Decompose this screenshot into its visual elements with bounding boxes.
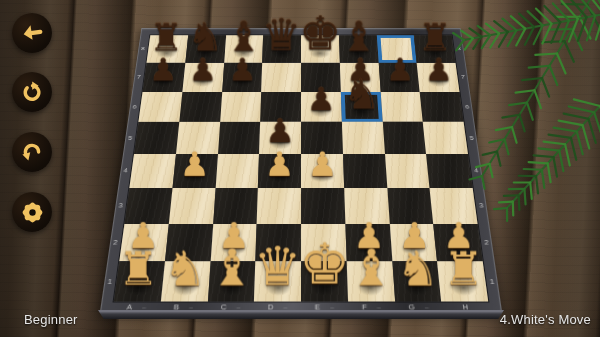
board-front-edge [98,310,504,319]
chess-app-screen: 87654321 87654321 ABCDEFGH ♜♞♝♛♚♝♜♟♟♟♟♟♟… [0,0,600,337]
square-b4[interactable]: ♟ [172,154,217,188]
square-a6[interactable] [138,92,182,122]
square-f6[interactable]: ♞ [341,92,383,122]
square-c7[interactable]: ♟ [222,63,263,92]
square-g4[interactable] [385,154,430,188]
piece-white-pawn[interactable]: ♟ [163,147,226,181]
undo-move-button[interactable] [12,132,52,172]
square-h1[interactable]: ♜ [437,261,488,301]
piece-black-pawn[interactable]: ♟ [213,54,271,85]
piece-white-rook[interactable]: ♜ [429,247,498,293]
gear-icon [19,199,46,226]
board-scene: 87654321 87654321 ABCDEFGH ♜♞♝♛♚♝♜♟♟♟♟♟♟… [123,0,479,332]
piece-black-knight[interactable]: ♞ [332,74,392,116]
piece-black-pawn[interactable]: ♟ [250,114,311,147]
rotate-board-button[interactable] [12,72,52,112]
move-status-label: 4.White's Move [500,312,591,327]
back-button[interactable] [12,13,52,53]
settings-button[interactable] [12,192,52,232]
square-e4[interactable]: ♟ [301,154,344,188]
back-arrow-icon [17,18,46,47]
difficulty-label: Beginner [24,312,78,327]
piece-white-pawn[interactable]: ♟ [291,147,354,181]
palm-leaves [452,0,600,223]
rotate-icon [19,79,45,105]
chess-board: 87654321 87654321 ABCDEFGH ♜♞♝♛♚♝♜♟♟♟♟♟♟… [100,28,502,312]
square-g5[interactable] [382,122,426,154]
square-b6[interactable] [179,92,222,122]
board-grid: ♜♞♝♛♚♝♜♟♟♟♟♟♟♟♞♟♟♟♟♟♟♟♟♟♜♞♝♛♚♝♞♜ [114,35,488,301]
undo-arrow-icon [19,139,45,165]
piece-black-bishop[interactable]: ♝ [330,15,387,56]
